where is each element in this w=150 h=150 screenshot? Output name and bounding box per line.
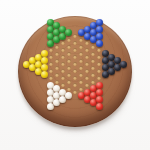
white-peg[interactable] — [65, 92, 72, 99]
empty-hole[interactable] — [49, 55, 53, 59]
empty-hole[interactable] — [61, 41, 65, 45]
empty-hole[interactable] — [91, 80, 95, 84]
empty-hole[interactable] — [55, 73, 59, 77]
empty-hole[interactable] — [55, 45, 59, 49]
empty-hole[interactable] — [85, 83, 89, 87]
empty-hole[interactable] — [61, 62, 65, 66]
empty-hole[interactable] — [67, 66, 71, 70]
empty-hole[interactable] — [97, 48, 101, 52]
empty-hole[interactable] — [73, 90, 77, 94]
yellow-peg[interactable] — [41, 71, 48, 78]
empty-hole[interactable] — [91, 59, 95, 63]
empty-hole[interactable] — [85, 55, 89, 59]
chinese-checkers-scene — [0, 0, 150, 150]
empty-hole[interactable] — [49, 62, 53, 66]
peg-grid — [0, 0, 150, 150]
empty-hole[interactable] — [49, 76, 53, 80]
empty-hole[interactable] — [67, 80, 71, 84]
green-peg[interactable] — [65, 29, 72, 36]
empty-hole[interactable] — [85, 48, 89, 52]
empty-hole[interactable] — [85, 76, 89, 80]
red-peg[interactable] — [96, 103, 103, 110]
empty-hole[interactable] — [85, 62, 89, 66]
empty-hole[interactable] — [73, 55, 77, 59]
empty-hole[interactable] — [79, 87, 83, 91]
empty-hole[interactable] — [55, 52, 59, 56]
empty-hole[interactable] — [79, 66, 83, 70]
empty-hole[interactable] — [91, 45, 95, 49]
empty-hole[interactable] — [55, 80, 59, 84]
empty-hole[interactable] — [67, 52, 71, 56]
empty-hole[interactable] — [49, 69, 53, 73]
empty-hole[interactable] — [61, 48, 65, 52]
blue-peg[interactable] — [96, 40, 103, 47]
empty-hole[interactable] — [73, 69, 77, 73]
empty-hole[interactable] — [67, 73, 71, 77]
empty-hole[interactable] — [79, 38, 83, 42]
empty-hole[interactable] — [55, 59, 59, 63]
empty-hole[interactable] — [79, 59, 83, 63]
empty-hole[interactable] — [55, 66, 59, 70]
empty-hole[interactable] — [61, 55, 65, 59]
empty-hole[interactable] — [61, 83, 65, 87]
yellow-peg[interactable] — [41, 64, 48, 71]
black-peg[interactable] — [120, 61, 127, 68]
empty-hole[interactable] — [79, 45, 83, 49]
blue-peg[interactable] — [96, 19, 103, 26]
empty-hole[interactable] — [73, 83, 77, 87]
empty-hole[interactable] — [85, 41, 89, 45]
empty-hole[interactable] — [67, 59, 71, 63]
red-peg[interactable] — [96, 82, 103, 89]
red-peg[interactable] — [96, 89, 103, 96]
empty-hole[interactable] — [97, 55, 101, 59]
blue-peg[interactable] — [96, 33, 103, 40]
empty-hole[interactable] — [67, 87, 71, 91]
empty-hole[interactable] — [73, 62, 77, 66]
empty-hole[interactable] — [67, 38, 71, 42]
empty-hole[interactable] — [97, 69, 101, 73]
empty-hole[interactable] — [49, 48, 53, 52]
empty-hole[interactable] — [97, 76, 101, 80]
empty-hole[interactable] — [91, 52, 95, 56]
yellow-peg[interactable] — [41, 57, 48, 64]
empty-hole[interactable] — [61, 69, 65, 73]
empty-hole[interactable] — [61, 76, 65, 80]
empty-hole[interactable] — [79, 52, 83, 56]
empty-hole[interactable] — [73, 48, 77, 52]
empty-hole[interactable] — [73, 34, 77, 38]
empty-hole[interactable] — [97, 62, 101, 66]
empty-hole[interactable] — [73, 76, 77, 80]
empty-hole[interactable] — [79, 73, 83, 77]
empty-hole[interactable] — [67, 45, 71, 49]
empty-hole[interactable] — [91, 73, 95, 77]
empty-hole[interactable] — [91, 66, 95, 70]
blue-peg[interactable] — [96, 26, 103, 33]
empty-hole[interactable] — [79, 80, 83, 84]
yellow-peg[interactable] — [41, 50, 48, 57]
red-peg[interactable] — [96, 96, 103, 103]
empty-hole[interactable] — [73, 41, 77, 45]
empty-hole[interactable] — [85, 69, 89, 73]
